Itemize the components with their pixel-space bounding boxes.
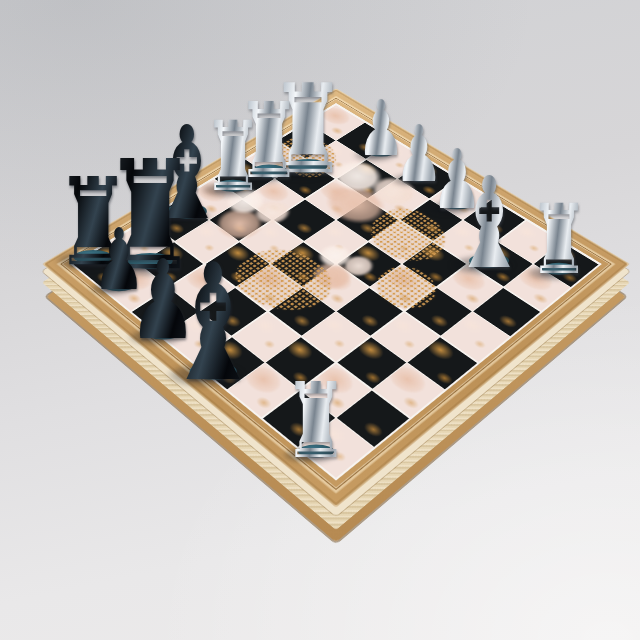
photo-scene: ♟♜♜♟♜♟♝♜♜♝♜♟♟♝♜ bbox=[0, 0, 640, 640]
piece-black-bishop-a5: ♝ bbox=[162, 243, 263, 405]
pieces-layer: ♟♜♜♟♜♟♝♜♜♝♜♟♟♝♜ bbox=[0, 0, 640, 640]
piece-white-rook-h2: ♜ bbox=[529, 193, 589, 289]
piece-white-bishop-g3: ♝ bbox=[449, 161, 528, 287]
piece-white-rook-a1: ♜ bbox=[283, 369, 348, 473]
